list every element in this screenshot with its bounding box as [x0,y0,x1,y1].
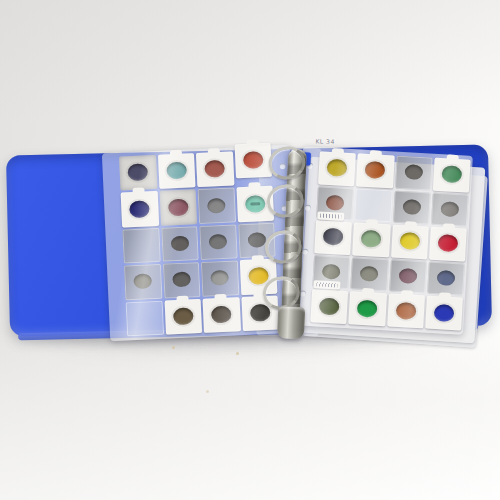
coin [326,195,345,211]
coin-slot-pocket [350,257,388,292]
coin [205,160,226,178]
coin-slot-empty [354,188,392,223]
mechanism-foot [277,306,305,339]
coin [173,307,194,325]
coin-slot-pocket [427,261,465,296]
coin-slot-flip [157,153,195,189]
handwritten-note [313,281,340,290]
coin [243,151,264,169]
coin [319,297,340,315]
coin-slot-flip [387,294,425,329]
right-page-slot-grid [308,147,473,334]
coin-bar-design [250,202,260,205]
table-speck [236,352,239,355]
left-page-slot-grid [117,146,281,341]
coin-slot-pocket [124,264,162,300]
coin-slot-flip [196,151,234,187]
coin [129,200,150,218]
coin-slot-flip [429,227,467,262]
coin [399,232,420,250]
photo-scene: KL 34 [0,0,500,500]
coin-slot-flip [318,151,356,186]
coin [357,299,378,317]
handwritten-page-label: KL 34 [315,138,334,144]
table-speck [206,390,209,393]
coin [134,274,153,290]
coin [437,235,458,253]
coin [365,161,386,179]
coin [327,159,348,177]
coin-slot-empty [126,300,164,336]
coin [170,236,189,252]
coin-slot-flip [433,158,471,193]
coin-slot-flip [310,290,348,325]
table-speck [172,346,175,349]
coin-slot-flip [234,143,272,179]
coin-slot-pocket [198,188,236,224]
coin [250,304,271,322]
coin-slot-flip [352,223,390,258]
coin-slot-flip [425,296,463,331]
coin-slot-flip [356,153,394,188]
coin [207,197,226,213]
coin [172,272,191,288]
coin [128,163,149,181]
coin [398,268,417,284]
handwritten-note [317,211,344,220]
coin-slot-pocket [389,259,427,294]
coin [211,270,230,286]
coin-slot-flip [121,191,159,227]
coin-slot-flip [314,220,352,255]
coin [360,266,379,282]
coin [166,162,187,180]
coin [209,234,228,250]
coin-slot-pocket [431,192,469,227]
coin [441,165,462,183]
coin-slot-flip [391,225,429,260]
coin [323,228,344,246]
coin [404,164,423,180]
coin [211,305,232,323]
coin [395,302,416,320]
coin [322,264,341,280]
coin-slot-pocket [199,224,237,260]
coin-slot-pocket [161,226,199,262]
coin-slot-pocket [201,261,239,297]
coin-slot-sleeved [119,155,157,191]
coin-slot-pocket [122,228,160,264]
coin [436,270,455,286]
ring-mechanism [272,146,322,342]
coin-slot-pocket [393,190,431,225]
coin-slot-flip [349,292,387,327]
coin-slot-pocket [162,262,200,298]
coin-slot-pocket [394,156,432,191]
coin [361,230,382,248]
coin-slot-flip [164,299,202,335]
coin [433,304,454,322]
coin [440,201,459,217]
coin [402,199,421,215]
coin [247,232,266,248]
coin [168,198,189,216]
coin-slot-flip [203,297,241,333]
coin-slot-sleeved [159,190,197,226]
